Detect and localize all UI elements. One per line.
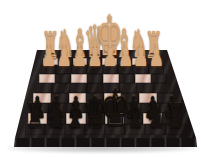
board-square [66,113,85,124]
board-square [73,58,88,65]
board-square [39,74,55,83]
board-square [51,93,69,103]
board-square [87,65,102,74]
board-square [125,124,145,135]
board-square [160,103,178,113]
board-square [58,58,73,65]
board-square [166,124,186,135]
board-square [45,124,65,135]
board-square [119,74,135,83]
board-row [25,124,186,135]
board-square [121,93,139,103]
board-square [71,74,87,83]
board-square [65,124,85,135]
board-square [162,113,181,124]
board-square [154,83,171,93]
board-square [87,83,104,93]
board-square [70,83,87,93]
board-row [33,93,174,103]
board-square [36,83,53,93]
board-square [43,58,58,65]
board-square [87,58,102,65]
chess-set-photo: ♜♞♝♛♚♝♞♜♟♟♟♟♟♟♟♟♟♟♟♟♟♟♟♟♜♞♝♛♚♝♞♜ [0,0,201,157]
board-square [139,93,157,103]
chess-board [0,0,201,157]
board-square [104,103,122,113]
board-square [123,103,141,113]
board-row [43,58,161,65]
board-square [47,113,66,124]
board-square [55,74,71,83]
board-square [133,65,148,74]
board-square [135,74,151,83]
board-square [151,74,167,83]
board-square [28,113,47,124]
board-row [41,65,164,74]
board-square [49,103,67,113]
board-square [41,65,56,74]
board-square [143,113,162,124]
board-square [33,93,51,103]
board-square [67,103,85,113]
board-square [146,58,161,65]
board-square [72,65,87,74]
board-square [132,58,147,65]
board-square [86,113,105,124]
board-square [87,74,103,83]
board-square [53,83,70,93]
board-row [39,74,168,83]
board-square [103,74,119,83]
board-square [137,83,154,93]
board-square [124,113,143,124]
board-row [28,113,182,124]
board-square [157,93,175,103]
board-square [104,93,122,103]
board-square [25,124,45,135]
board-square [105,113,124,124]
board-square [102,58,117,65]
board-square [85,124,105,135]
board-row [31,103,178,113]
board-square [118,65,133,74]
board-square [105,124,125,135]
board-square [141,103,159,113]
board-square [56,65,71,74]
board-square [69,93,87,103]
board-row [36,83,171,93]
board-square [120,83,137,93]
board-square [117,58,132,65]
board-square [86,93,104,103]
board-square [103,65,118,74]
board-square [149,65,164,74]
board-square [103,83,120,93]
board-square [31,103,49,113]
board-square [145,124,165,135]
board-square [86,103,104,113]
